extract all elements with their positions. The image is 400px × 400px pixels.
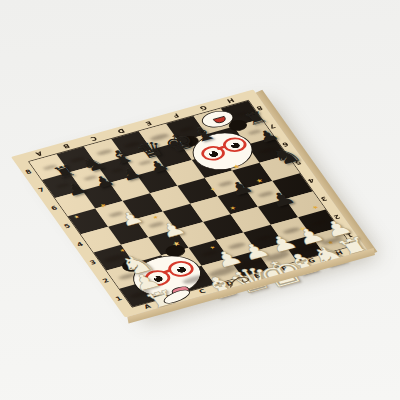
- piece-cell-f5: ♟: [205, 170, 245, 196]
- piece-black-pawn-g4: ♟: [265, 188, 299, 211]
- photo-scene: ★★★★★★★★★★★★★★★★ ♜♞♝♛♚♝♜♟♟♟♟♟♞♟♟♟♟♞♟♟♟♟♟…: [0, 0, 400, 400]
- pieces-layer: ♜♞♝♛♚♝♜♟♟♟♟♟♞♟♟♟♟♞♟♟♟♟♟♟♜♝♛♚♝♞♜: [29, 101, 351, 307]
- piece-black-knight-h6: ♞: [267, 143, 306, 169]
- piece-cell-b5: ♟: [95, 201, 135, 227]
- piece-black-pawn-d7: ♟: [144, 157, 172, 175]
- piece-white-pawn-c4: ♟: [156, 218, 190, 241]
- chess-board: ★★★★★★★★★★★★★★★★ ♜♞♝♛♚♝♜♟♟♟♟♟♞♟♟♟♟♞♟♟♟♟♟…: [11, 90, 367, 318]
- board-playing-area: ★★★★★★★★★★★★★★★★ ♜♞♝♛♚♝♜♟♟♟♟♟♞♟♟♟♟♞♟♟♟♟♟…: [28, 100, 352, 308]
- piece-white-rook-h1: ♜: [331, 232, 377, 263]
